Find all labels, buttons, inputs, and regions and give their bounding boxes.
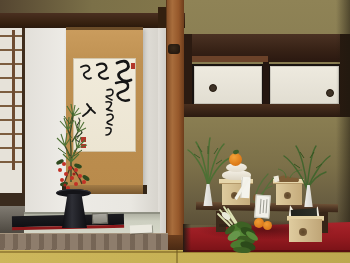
shoji-lattice-bar (12, 30, 15, 170)
tatami-seam-vertical (176, 250, 178, 263)
cabinet-middle-stile (263, 62, 269, 108)
tokobashira-pillar (166, 0, 184, 252)
pillar-nail-cover (168, 44, 180, 54)
cabinet-door-left (192, 64, 264, 106)
sanbo-hole-right (284, 192, 291, 199)
right-corner-shadow (336, 0, 350, 226)
small-grey-box (92, 213, 108, 225)
long-pine-fronds (282, 144, 332, 192)
scroll-hanging-rod (66, 27, 143, 30)
mat-left-shadow (183, 224, 191, 252)
scroll-roller-knob-right (143, 185, 147, 194)
photo-japanese-room (0, 0, 350, 263)
sanbo-hole-front (299, 228, 307, 236)
cabinet-under-edge (184, 56, 268, 62)
door-pull-left (209, 84, 217, 92)
door-pull-right (326, 89, 334, 97)
cabinet-bottom-board (184, 104, 350, 117)
daidai-orange (229, 153, 242, 166)
folded-white-card (130, 224, 152, 233)
shoji-frame (22, 27, 25, 207)
red-seal-top (131, 63, 135, 69)
upper-left-wall (0, 0, 168, 14)
leafy-greens-bundle (212, 202, 270, 254)
shoji-bottom-rail (0, 193, 25, 206)
cabinet-door-right (268, 64, 341, 106)
pine-arrangement (40, 104, 110, 198)
